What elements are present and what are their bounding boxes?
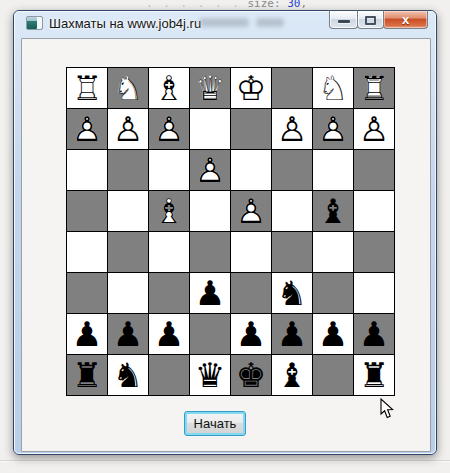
square-e1[interactable]: ♚♔	[231, 68, 271, 108]
square-f3[interactable]	[272, 150, 312, 190]
square-h3[interactable]	[354, 150, 394, 190]
white-queen-piece: ♛♕	[190, 68, 230, 108]
square-b5[interactable]	[108, 232, 148, 272]
square-a1[interactable]: ♜♖	[67, 68, 107, 108]
square-d8[interactable]: ♛	[190, 355, 230, 395]
white-pawn-piece: ♟♙	[67, 109, 107, 149]
black-pawn-piece: ♟	[354, 314, 394, 354]
white-bishop-piece: ♝♗	[149, 68, 189, 108]
square-b8[interactable]: ♞	[108, 355, 148, 395]
square-a3[interactable]	[67, 150, 107, 190]
chess-board: ♜♖♞♘♝♗♛♕♚♔♞♘♜♖♟♙♟♙♟♙♟♙♟♙♟♙♟♙♝♗♟♙♝♟♞♟♟♟♟♟…	[66, 67, 395, 396]
square-h5[interactable]	[354, 232, 394, 272]
square-c8[interactable]	[149, 355, 189, 395]
square-a2[interactable]: ♟♙	[67, 109, 107, 149]
black-queen-piece: ♛	[190, 355, 230, 395]
square-b6[interactable]	[108, 273, 148, 313]
app-icon	[26, 16, 43, 30]
square-f5[interactable]	[272, 232, 312, 272]
white-rook-piece: ♜♖	[354, 68, 394, 108]
square-a8[interactable]: ♜	[67, 355, 107, 395]
square-a5[interactable]	[67, 232, 107, 272]
square-h4[interactable]	[354, 191, 394, 231]
white-king-piece: ♚♔	[231, 68, 271, 108]
square-f8[interactable]: ♝	[272, 355, 312, 395]
square-g7[interactable]: ♟	[313, 314, 353, 354]
square-g8[interactable]	[313, 355, 353, 395]
content-panel: ♜♖♞♘♝♗♛♕♚♔♞♘♜♖♟♙♟♙♟♙♟♙♟♙♟♙♟♙♝♗♟♙♝♟♞♟♟♟♟♟…	[21, 38, 431, 452]
black-bishop-piece: ♝	[272, 355, 312, 395]
square-c5[interactable]	[149, 232, 189, 272]
black-pawn-piece: ♟	[231, 314, 271, 354]
black-knight-piece: ♞	[272, 273, 312, 313]
square-e6[interactable]	[231, 273, 271, 313]
black-pawn-piece: ♟	[149, 314, 189, 354]
square-d1[interactable]: ♛♕	[190, 68, 230, 108]
square-g2[interactable]: ♟♙	[313, 109, 353, 149]
square-c4[interactable]: ♝♗	[149, 191, 189, 231]
square-f4[interactable]	[272, 191, 312, 231]
background-panel-divider	[0, 460, 450, 462]
square-h1[interactable]: ♜♖	[354, 68, 394, 108]
square-d2[interactable]	[190, 109, 230, 149]
square-f1[interactable]	[272, 68, 312, 108]
title-bar[interactable]: Шахматы на www.job4j.ru x	[14, 11, 436, 38]
square-b1[interactable]: ♞♘	[108, 68, 148, 108]
close-button[interactable]: x	[383, 10, 428, 29]
square-h8[interactable]: ♜	[354, 355, 394, 395]
square-h2[interactable]: ♟♙	[354, 109, 394, 149]
chess-app-window: Шахматы на www.job4j.ru x ♜♖♞♘♝♗♛♕♚♔♞♘♜♖…	[13, 10, 437, 455]
blurred-text	[256, 18, 284, 27]
close-icon: x	[384, 12, 427, 27]
white-pawn-piece: ♟♙	[313, 109, 353, 149]
square-g6[interactable]	[313, 273, 353, 313]
white-bishop-piece: ♝♗	[149, 191, 189, 231]
square-f7[interactable]: ♟	[272, 314, 312, 354]
square-d3[interactable]: ♟♙	[190, 150, 230, 190]
square-h6[interactable]	[354, 273, 394, 313]
square-b2[interactable]: ♟♙	[108, 109, 148, 149]
white-pawn-piece: ♟♙	[354, 109, 394, 149]
code-value: 30	[287, 0, 300, 10]
square-e2[interactable]	[231, 109, 271, 149]
start-button[interactable]: Начать	[184, 411, 246, 436]
black-pawn-piece: ♟	[272, 314, 312, 354]
indent-dots: . . . . . .	[146, 0, 241, 10]
window-title: Шахматы на www.job4j.ru	[49, 16, 201, 31]
minimize-button[interactable]	[329, 10, 358, 29]
blurred-text	[199, 18, 249, 27]
square-e5[interactable]	[231, 232, 271, 272]
black-pawn-piece: ♟	[67, 314, 107, 354]
black-bishop-piece: ♝	[313, 191, 353, 231]
square-f2[interactable]: ♟♙	[272, 109, 312, 149]
black-pawn-piece: ♟	[313, 314, 353, 354]
black-king-piece: ♚	[231, 355, 271, 395]
square-b3[interactable]	[108, 150, 148, 190]
black-rook-piece: ♜	[67, 355, 107, 395]
background-code-text: . . . . . . size: 30,	[146, 0, 307, 10]
minimize-icon	[338, 20, 350, 23]
mouse-cursor	[380, 398, 395, 419]
black-pawn-piece: ♟	[108, 314, 148, 354]
code-suffix: ,	[300, 0, 307, 10]
white-knight-piece: ♞♘	[108, 68, 148, 108]
square-f6[interactable]: ♞	[272, 273, 312, 313]
square-e7[interactable]: ♟	[231, 314, 271, 354]
square-b7[interactable]: ♟	[108, 314, 148, 354]
code-key: size:	[247, 0, 280, 10]
white-pawn-piece: ♟♙	[149, 109, 189, 149]
white-pawn-piece: ♟♙	[272, 109, 312, 149]
square-d5[interactable]	[190, 232, 230, 272]
white-pawn-piece: ♟♙	[108, 109, 148, 149]
maximize-button[interactable]	[357, 10, 384, 29]
square-c1[interactable]: ♝♗	[149, 68, 189, 108]
square-g1[interactable]: ♞♘	[313, 68, 353, 108]
square-d6[interactable]: ♟	[190, 273, 230, 313]
white-pawn-piece: ♟♙	[231, 191, 271, 231]
square-a6[interactable]	[67, 273, 107, 313]
caption-buttons: x	[330, 10, 428, 29]
square-a4[interactable]	[67, 191, 107, 231]
white-rook-piece: ♜♖	[67, 68, 107, 108]
square-c6[interactable]	[149, 273, 189, 313]
white-pawn-piece: ♟♙	[190, 150, 230, 190]
black-rook-piece: ♜	[354, 355, 394, 395]
screen: { "game": "chess", "position": { "fen": …	[0, 0, 450, 473]
square-h7[interactable]: ♟	[354, 314, 394, 354]
square-d4[interactable]	[190, 191, 230, 231]
maximize-icon	[365, 16, 376, 25]
square-g4[interactable]: ♝	[313, 191, 353, 231]
square-g5[interactable]	[313, 232, 353, 272]
square-c3[interactable]	[149, 150, 189, 190]
white-knight-piece: ♞♘	[313, 68, 353, 108]
square-d7[interactable]	[190, 314, 230, 354]
square-a7[interactable]: ♟	[67, 314, 107, 354]
black-knight-piece: ♞	[108, 355, 148, 395]
square-e3[interactable]	[231, 150, 271, 190]
black-pawn-piece: ♟	[190, 273, 230, 313]
square-c7[interactable]: ♟	[149, 314, 189, 354]
square-e4[interactable]: ♟♙	[231, 191, 271, 231]
square-e8[interactable]: ♚	[231, 355, 271, 395]
square-c2[interactable]: ♟♙	[149, 109, 189, 149]
square-g3[interactable]	[313, 150, 353, 190]
square-b4[interactable]	[108, 191, 148, 231]
